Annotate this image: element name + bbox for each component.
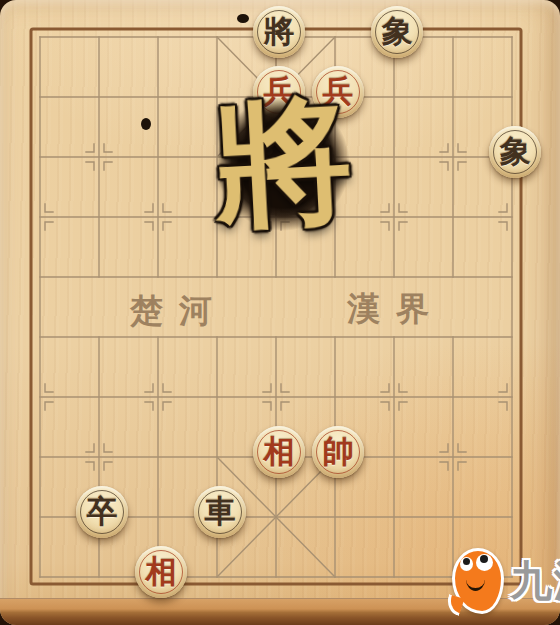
piece-glyph: 相 <box>253 426 305 478</box>
piece-glyph: 象 <box>371 6 423 58</box>
piece-black-general[interactable]: 將 <box>253 6 305 58</box>
ink-dot-icon <box>237 14 249 23</box>
pupil-icon <box>480 555 488 563</box>
piece-black-soldier[interactable]: 卒 <box>76 486 128 538</box>
mascot-right-eye-icon <box>476 554 493 571</box>
piece-red-general[interactable]: 帥 <box>312 426 364 478</box>
xiangqi-board[interactable]: 楚河 漢界 將象兵兵象相帥卒車相 將 九游 <box>0 0 560 625</box>
game-screen: 楚河 漢界 將象兵兵象相帥卒車相 將 九游 <box>0 0 560 625</box>
piece-glyph: 將 <box>253 6 305 58</box>
jiuyou-logo-text: 九游 <box>510 553 560 609</box>
jiuyou-watermark: 九游 <box>452 548 560 614</box>
jiuyou-mascot-icon <box>452 548 504 614</box>
piece-black-elephant[interactable]: 象 <box>489 126 541 178</box>
stamp-character: 將 <box>201 76 366 252</box>
piece-red-elephant[interactable]: 相 <box>135 546 187 598</box>
mascot-left-eye-icon <box>460 557 473 571</box>
piece-glyph: 帥 <box>312 426 364 478</box>
piece-glyph: 車 <box>194 486 246 538</box>
mascot-smile-icon <box>466 578 485 591</box>
piece-glyph: 象 <box>489 126 541 178</box>
piece-glyph: 卒 <box>76 486 128 538</box>
pupil-icon <box>463 558 470 565</box>
ink-dot-icon <box>141 118 151 130</box>
piece-glyph: 相 <box>135 546 187 598</box>
piece-black-chariot[interactable]: 車 <box>194 486 246 538</box>
piece-red-elephant[interactable]: 相 <box>253 426 305 478</box>
piece-black-elephant[interactable]: 象 <box>371 6 423 58</box>
